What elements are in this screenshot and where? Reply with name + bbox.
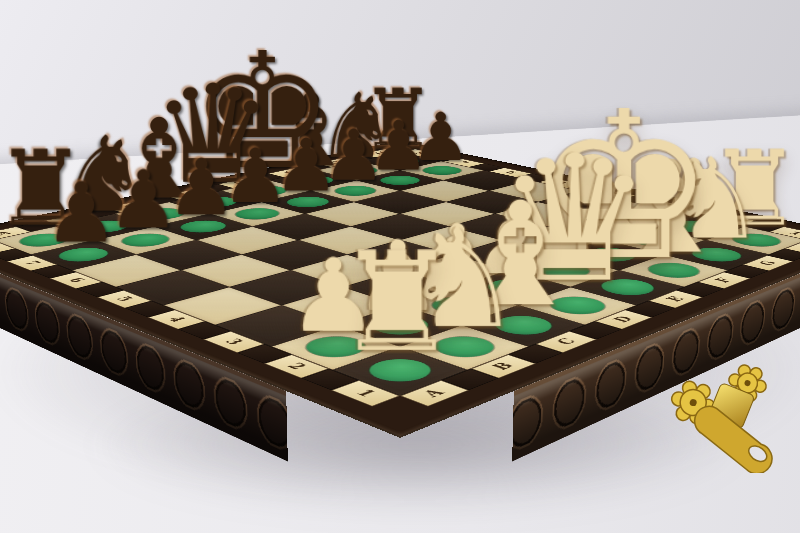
piece-white-rook-a1[interactable]: ♜ (335, 233, 459, 371)
piece-black-pawn-a7[interactable]: ♟ (44, 172, 118, 255)
label-spacer (0, 248, 33, 261)
brass-clasp-icon (664, 348, 794, 473)
square-b6[interactable] (136, 240, 242, 270)
chess-set-photo-scene: 87654321 HGFEDCBA ♜♟♟♜♞♟♟♞♝♟♟♝♛♟♟♛♚♟♟♚♝♟… (0, 0, 800, 533)
